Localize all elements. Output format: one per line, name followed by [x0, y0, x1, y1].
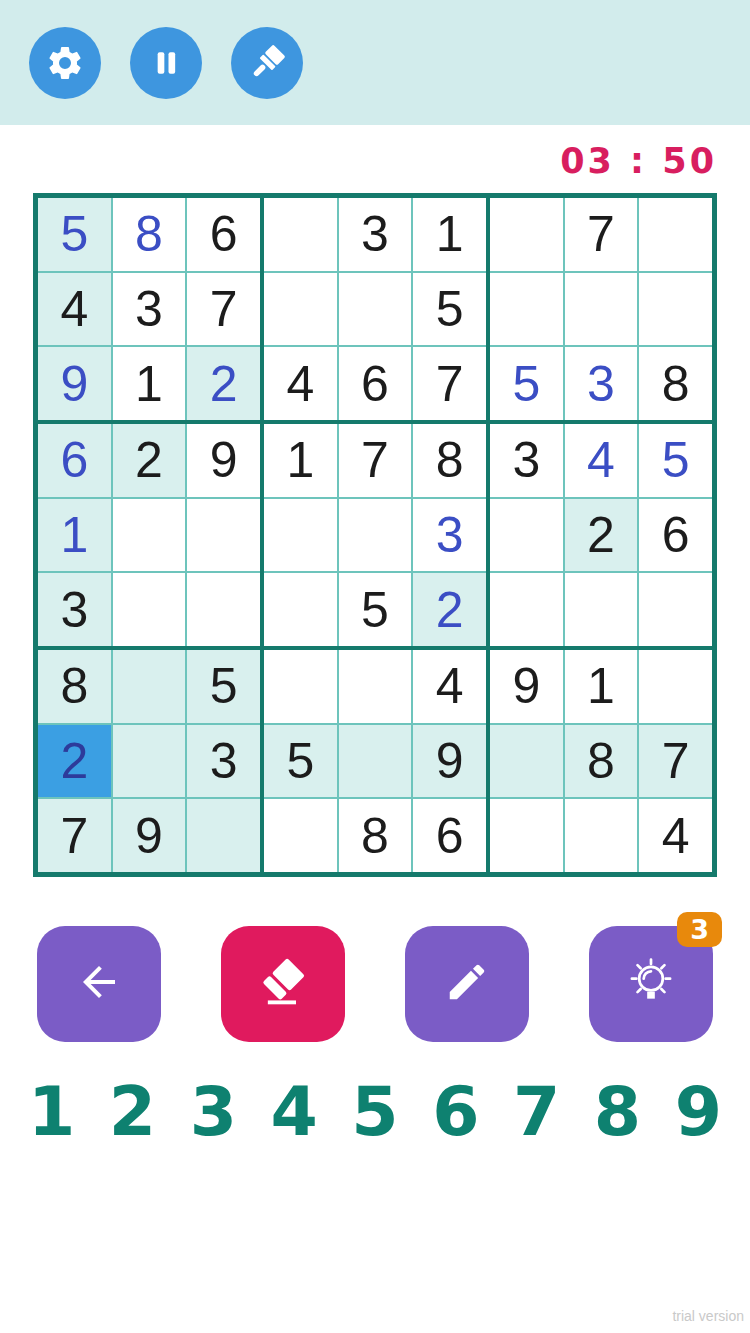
cell-r4c1[interactable]: 6 [38, 424, 111, 497]
cell-r2c2[interactable]: 3 [113, 273, 186, 346]
cell-r4c7[interactable]: 3 [490, 424, 563, 497]
erase-button[interactable] [221, 926, 345, 1042]
cell-r4c5[interactable]: 7 [339, 424, 412, 497]
cell-r6c7[interactable] [490, 573, 563, 646]
cell-r7c1[interactable]: 8 [38, 650, 111, 723]
cell-r8c8[interactable]: 8 [565, 725, 638, 798]
cell-r6c3[interactable] [187, 573, 260, 646]
cell-r3c2[interactable]: 1 [113, 347, 186, 420]
cell-r9c1[interactable]: 7 [38, 799, 111, 872]
cell-r2c8[interactable] [565, 273, 638, 346]
cell-r7c4[interactable] [264, 650, 337, 723]
cell-r5c6[interactable]: 3 [413, 499, 486, 572]
cell-r4c8[interactable]: 4 [565, 424, 638, 497]
cell-r8c7[interactable] [490, 725, 563, 798]
sudoku-board: 5864379123154677538629131783523452685237… [33, 193, 717, 877]
cell-r5c9[interactable]: 6 [639, 499, 712, 572]
cell-r1c8[interactable]: 7 [565, 198, 638, 271]
cell-r8c2[interactable] [113, 725, 186, 798]
cell-r3c6[interactable]: 7 [413, 347, 486, 420]
cell-r5c7[interactable] [490, 499, 563, 572]
cell-r3c7[interactable]: 5 [490, 347, 563, 420]
cell-r1c4[interactable] [264, 198, 337, 271]
theme-button[interactable] [231, 27, 303, 99]
cell-r7c9[interactable] [639, 650, 712, 723]
sudoku-box-5: 178352 [264, 424, 486, 646]
cell-r8c3[interactable]: 3 [187, 725, 260, 798]
cell-r5c8[interactable]: 2 [565, 499, 638, 572]
numpad-digit-1[interactable]: 1 [28, 1078, 75, 1146]
cell-r2c3[interactable]: 7 [187, 273, 260, 346]
paint-brush-icon [246, 42, 288, 84]
cell-r9c2[interactable]: 9 [113, 799, 186, 872]
cell-r6c2[interactable] [113, 573, 186, 646]
cell-r8c4[interactable]: 5 [264, 725, 337, 798]
cell-r1c5[interactable]: 3 [339, 198, 412, 271]
cell-r6c4[interactable] [264, 573, 337, 646]
cell-r1c9[interactable] [639, 198, 712, 271]
timer: 03 : 50 [560, 141, 717, 181]
cell-r6c1[interactable]: 3 [38, 573, 111, 646]
lightbulb-icon [624, 955, 678, 1013]
cell-r3c3[interactable]: 2 [187, 347, 260, 420]
cell-r9c7[interactable] [490, 799, 563, 872]
sudoku-box-6: 34526 [490, 424, 712, 646]
cell-r9c5[interactable]: 8 [339, 799, 412, 872]
hint-count-badge: 3 [677, 912, 722, 947]
cell-r7c2[interactable] [113, 650, 186, 723]
cell-r1c7[interactable] [490, 198, 563, 271]
cell-r6c8[interactable] [565, 573, 638, 646]
cell-r7c7[interactable]: 9 [490, 650, 563, 723]
cell-r4c4[interactable]: 1 [264, 424, 337, 497]
cell-r8c1[interactable]: 2 [38, 725, 111, 798]
cell-r7c3[interactable]: 5 [187, 650, 260, 723]
cell-r7c6[interactable]: 4 [413, 650, 486, 723]
cell-r2c6[interactable]: 5 [413, 273, 486, 346]
arrow-left-icon [75, 958, 123, 1010]
cell-r8c6[interactable]: 9 [413, 725, 486, 798]
cell-r5c4[interactable] [264, 499, 337, 572]
board-wrap: 5864379123154677538629131783523452685237… [0, 181, 750, 877]
cell-r5c1[interactable]: 1 [38, 499, 111, 572]
cell-r4c9[interactable]: 5 [639, 424, 712, 497]
timer-row: 03 : 50 [0, 125, 750, 181]
notes-button[interactable] [405, 926, 529, 1042]
cell-r1c3[interactable]: 6 [187, 198, 260, 271]
cell-r1c6[interactable]: 1 [413, 198, 486, 271]
cell-r3c5[interactable]: 6 [339, 347, 412, 420]
toolbar: 3 [0, 926, 750, 1042]
sudoku-box-4: 62913 [38, 424, 260, 646]
cell-r4c2[interactable]: 2 [113, 424, 186, 497]
cell-r8c9[interactable]: 7 [639, 725, 712, 798]
cell-r6c9[interactable] [639, 573, 712, 646]
cell-r9c6[interactable]: 6 [413, 799, 486, 872]
cell-r6c5[interactable]: 5 [339, 573, 412, 646]
cell-r4c3[interactable]: 9 [187, 424, 260, 497]
cell-r5c2[interactable] [113, 499, 186, 572]
cell-r9c4[interactable] [264, 799, 337, 872]
pencil-icon [444, 959, 490, 1009]
cell-r9c3[interactable] [187, 799, 260, 872]
sudoku-box-9: 91874 [490, 650, 712, 872]
settings-button[interactable] [29, 27, 101, 99]
numpad-digit-3[interactable]: 3 [190, 1078, 237, 1146]
sudoku-box-8: 45986 [264, 650, 486, 872]
cell-r8c5[interactable] [339, 725, 412, 798]
number-pad: 123456789 [0, 1078, 750, 1146]
sudoku-box-7: 852379 [38, 650, 260, 872]
cell-r7c8[interactable]: 1 [565, 650, 638, 723]
numpad-digit-9[interactable]: 9 [675, 1078, 722, 1146]
cell-r3c4[interactable]: 4 [264, 347, 337, 420]
pause-icon [146, 43, 186, 83]
cell-r3c8[interactable]: 3 [565, 347, 638, 420]
cell-r2c4[interactable] [264, 273, 337, 346]
cell-r3c9[interactable]: 8 [639, 347, 712, 420]
numpad-digit-7[interactable]: 7 [513, 1078, 560, 1146]
cell-r7c5[interactable] [339, 650, 412, 723]
numpad-digit-5[interactable]: 5 [351, 1078, 398, 1146]
cell-r2c5[interactable] [339, 273, 412, 346]
numpad-digit-6[interactable]: 6 [432, 1078, 479, 1146]
cell-r5c3[interactable] [187, 499, 260, 572]
cell-r1c2[interactable]: 8 [113, 198, 186, 271]
cell-r2c1[interactable]: 4 [38, 273, 111, 346]
cell-r6c6[interactable]: 2 [413, 573, 486, 646]
undo-button[interactable] [37, 926, 161, 1042]
cell-r2c7[interactable] [490, 273, 563, 346]
gear-icon [45, 43, 85, 83]
cell-r9c9[interactable]: 4 [639, 799, 712, 872]
cell-r1c1[interactable]: 5 [38, 198, 111, 271]
cell-r3c1[interactable]: 9 [38, 347, 111, 420]
trial-watermark: trial version [672, 1308, 744, 1324]
cell-r5c5[interactable] [339, 499, 412, 572]
sudoku-box-2: 315467 [264, 198, 486, 420]
sudoku-box-1: 586437912 [38, 198, 260, 420]
sudoku-box-3: 7538 [490, 198, 712, 420]
eraser-icon [257, 956, 309, 1012]
hint-button[interactable]: 3 [589, 926, 713, 1042]
numpad-digit-8[interactable]: 8 [594, 1078, 641, 1146]
numpad-digit-2[interactable]: 2 [109, 1078, 156, 1146]
top-bar [0, 0, 750, 125]
numpad-digit-4[interactable]: 4 [270, 1078, 317, 1146]
pause-button[interactable] [130, 27, 202, 99]
cell-r2c9[interactable] [639, 273, 712, 346]
cell-r4c6[interactable]: 8 [413, 424, 486, 497]
cell-r9c8[interactable] [565, 799, 638, 872]
